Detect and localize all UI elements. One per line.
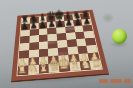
corner-watermark-mark [124, 79, 131, 83]
square-h7: ♟ [81, 19, 91, 26]
square-h1: ♜ [90, 60, 102, 69]
piece-white-bishop: ♝ [69, 58, 81, 71]
piece-black-pawn: ♟ [82, 16, 90, 25]
stamp-watermark [102, 13, 114, 23]
piece-black-pawn: ♟ [74, 17, 82, 26]
square-d7: ♟ [47, 21, 56, 28]
piece-white-rook: ♜ [17, 64, 28, 76]
piece-black-pawn: ♟ [65, 18, 73, 27]
board-stage: ♜♞♝♛♚♝♞♜♟♟♟♟♟♟♟♟♟♟♟♟♟♟♟♟♜♞♝♛♚♝♞♜ [3, 0, 108, 81]
square-f7: ♟ [64, 20, 74, 27]
square-e7: ♟ [56, 21, 65, 28]
piece-white-queen: ♛ [47, 59, 60, 73]
piece-white-knight: ♞ [80, 58, 91, 71]
piece-black-pawn: ♟ [47, 19, 55, 28]
piece-black-pawn: ♟ [56, 18, 64, 27]
square-b7: ♟ [30, 23, 39, 30]
board-frame: ♜♞♝♛♚♝♞♜♟♟♟♟♟♟♟♟♟♟♟♟♟♟♟♟♜♞♝♛♚♝♞♜ [11, 10, 109, 81]
square-f1: ♝ [69, 62, 81, 71]
corner-watermark-mark [99, 79, 108, 83]
piece-black-pawn: ♟ [21, 21, 29, 30]
square-g1: ♞ [79, 61, 91, 70]
square-a7: ♟ [21, 24, 30, 31]
corner-watermark [99, 79, 133, 84]
square-b4 [29, 42, 39, 50]
tennis-ball [112, 29, 127, 44]
square-d1: ♛ [49, 63, 60, 72]
chess-board: ♜♞♝♛♚♝♞♜♟♟♟♟♟♟♟♟♟♟♟♟♟♟♟♟♜♞♝♛♚♝♞♜ [16, 13, 102, 77]
piece-black-pawn: ♟ [38, 20, 46, 29]
square-c7: ♟ [38, 22, 47, 29]
piece-white-rook: ♜ [91, 58, 102, 70]
photo-canvas: ♜♞♝♛♚♝♞♜♟♟♟♟♟♟♟♟♟♟♟♟♟♟♟♟♜♞♝♛♚♝♞♜ [0, 0, 133, 88]
piece-black-pawn: ♟ [30, 20, 38, 29]
square-g7: ♟ [73, 19, 83, 26]
corner-watermark-mark [110, 79, 122, 83]
